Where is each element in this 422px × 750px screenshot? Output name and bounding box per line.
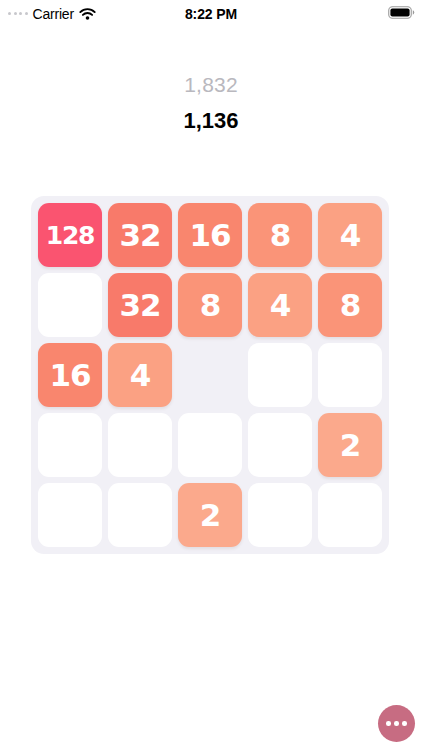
tile-8: 8 xyxy=(318,273,382,337)
more-options-button[interactable] xyxy=(378,705,415,742)
best-score-label: 1,832 xyxy=(0,73,422,97)
empty-cell xyxy=(38,273,102,337)
tile-8: 8 xyxy=(178,273,242,337)
tile-32: 32 xyxy=(108,203,172,267)
ellipsis-icon xyxy=(386,721,407,726)
empty-cell xyxy=(38,483,102,547)
tile-2: 2 xyxy=(178,483,242,547)
battery-icon xyxy=(388,6,415,19)
missing-cell xyxy=(178,343,242,407)
tile-128: 128 xyxy=(38,203,102,267)
empty-cell xyxy=(178,413,242,477)
clock-label: 8:22 PM xyxy=(0,6,422,22)
empty-cell xyxy=(108,483,172,547)
tile-16: 16 xyxy=(178,203,242,267)
status-bar: Carrier 8:22 PM xyxy=(0,0,422,26)
empty-cell xyxy=(248,483,312,547)
tile-4: 4 xyxy=(248,273,312,337)
tile-16: 16 xyxy=(38,343,102,407)
tile-2: 2 xyxy=(318,413,382,477)
tile-8: 8 xyxy=(248,203,312,267)
empty-cell xyxy=(108,413,172,477)
tile-4: 4 xyxy=(108,343,172,407)
app-screen: Carrier 8:22 PM 1,832 1,136 128321 xyxy=(0,0,422,750)
empty-cell xyxy=(248,343,312,407)
tile-4: 4 xyxy=(318,203,382,267)
empty-cell xyxy=(38,413,102,477)
empty-cell xyxy=(318,343,382,407)
empty-cell xyxy=(318,483,382,547)
current-score-label: 1,136 xyxy=(0,108,422,134)
game-board[interactable]: 1283216843284816422 xyxy=(31,196,389,554)
tile-32: 32 xyxy=(108,273,172,337)
empty-cell xyxy=(248,413,312,477)
